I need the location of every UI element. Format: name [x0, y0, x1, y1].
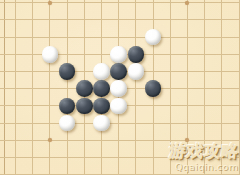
stone-white-c10-r6 [145, 29, 162, 46]
grid-line-v-15 [239, 0, 240, 175]
star-point-4-4 [48, 1, 52, 5]
stone-black-c10-r9 [145, 80, 162, 97]
stone-white-c9-r8 [128, 63, 145, 80]
grid-line-v-12 [187, 0, 188, 175]
stone-white-c8-r7 [110, 46, 127, 63]
gomoku-app-screenshot: 游戏攻略 Qqaiqin.com [0, 0, 240, 175]
grid-line-h-14 [0, 174, 240, 175]
star-point-12-12 [185, 138, 189, 142]
stone-black-c5-r10 [59, 98, 76, 115]
stone-black-c7-r10 [93, 98, 110, 115]
stone-black-c6-r10 [76, 98, 93, 115]
stone-white-c8-r9 [110, 80, 127, 97]
stone-white-c5-r11 [59, 115, 76, 132]
stone-black-c6-r9 [76, 80, 93, 97]
grid-line-h-13 [0, 157, 240, 158]
stone-black-c9-r7 [128, 46, 145, 63]
stone-white-c7-r11 [93, 115, 110, 132]
stone-white-c8-r10 [110, 98, 127, 115]
stone-black-c8-r8 [110, 63, 127, 80]
stone-white-c7-r8 [93, 63, 110, 80]
gomoku-board[interactable]: 游戏攻略 Qqaiqin.com [0, 0, 240, 175]
stone-white-c4-r7 [42, 46, 59, 63]
grid-line-v-11 [170, 0, 171, 175]
stone-black-c5-r8 [59, 63, 76, 80]
stone-black-c7-r9 [93, 80, 110, 97]
star-point-4-12 [48, 138, 52, 142]
grid-line-v-13 [204, 0, 205, 175]
watermark-site: Qqaiqin.com [168, 162, 238, 172]
grid-line-v-14 [221, 0, 222, 175]
